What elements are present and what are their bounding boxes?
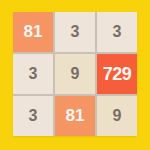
tile-r2c2: 9 — [55, 54, 95, 94]
tile-r3c1: 3 — [13, 96, 53, 136]
tile-r3c3: 9 — [97, 96, 137, 136]
tile-r2c3: 729 — [97, 54, 137, 94]
tile-r3c2: 81 — [55, 96, 95, 136]
game-board[interactable]: 81 3 3 3 9 729 3 81 9 — [13, 12, 137, 136]
tile-r1c1: 81 — [13, 12, 53, 52]
tile-r1c3: 3 — [97, 12, 137, 52]
tile-r1c2: 3 — [55, 12, 95, 52]
tile-r2c1: 3 — [13, 54, 53, 94]
